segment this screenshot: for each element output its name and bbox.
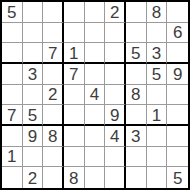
sudoku-cell-empty[interactable] xyxy=(2,64,23,85)
sudoku-cell-given[interactable]: 9 xyxy=(167,64,188,85)
sudoku-cell-empty[interactable] xyxy=(167,126,188,147)
sudoku-cell-empty[interactable] xyxy=(105,23,126,44)
sudoku-cell-empty[interactable] xyxy=(43,147,64,168)
sudoku-cell-empty[interactable] xyxy=(105,147,126,168)
sudoku-cell-given[interactable]: 1 xyxy=(2,147,23,168)
sudoku-cell-empty[interactable] xyxy=(167,147,188,168)
sudoku-cell-empty[interactable] xyxy=(126,147,147,168)
sudoku-cell-empty[interactable] xyxy=(64,147,85,168)
sudoku-cell-empty[interactable] xyxy=(147,85,168,106)
sudoku-cell-empty[interactable] xyxy=(85,167,106,188)
sudoku-cell-empty[interactable] xyxy=(126,64,147,85)
sudoku-cell-given[interactable]: 8 xyxy=(126,85,147,106)
sudoku-cell-empty[interactable] xyxy=(167,85,188,106)
sudoku-cell-empty[interactable] xyxy=(126,2,147,23)
sudoku-cell-empty[interactable] xyxy=(167,2,188,23)
sudoku-cell-given[interactable]: 5 xyxy=(23,105,44,126)
sudoku-cell-empty[interactable] xyxy=(105,85,126,106)
sudoku-cell-given[interactable]: 4 xyxy=(105,126,126,147)
sudoku-cell-given[interactable]: 3 xyxy=(126,126,147,147)
sudoku-cell-given[interactable]: 7 xyxy=(2,105,23,126)
sudoku-cell-given[interactable]: 4 xyxy=(85,85,106,106)
sudoku-cell-empty[interactable] xyxy=(85,105,106,126)
sudoku-cell-given[interactable]: 5 xyxy=(126,43,147,64)
sudoku-cell-empty[interactable] xyxy=(2,23,23,44)
sudoku-cell-empty[interactable] xyxy=(23,85,44,106)
sudoku-cell-given[interactable]: 3 xyxy=(23,64,44,85)
sudoku-cell-empty[interactable] xyxy=(147,126,168,147)
sudoku-cell-empty[interactable] xyxy=(167,43,188,64)
sudoku-cell-empty[interactable] xyxy=(43,2,64,23)
sudoku-cell-empty[interactable] xyxy=(147,23,168,44)
sudoku-cell-empty[interactable] xyxy=(2,85,23,106)
sudoku-cell-given[interactable]: 5 xyxy=(2,2,23,23)
sudoku-cell-given[interactable]: 2 xyxy=(23,167,44,188)
sudoku-cell-given[interactable]: 8 xyxy=(64,167,85,188)
sudoku-cell-empty[interactable] xyxy=(43,105,64,126)
sudoku-cell-given[interactable]: 1 xyxy=(64,43,85,64)
sudoku-cell-empty[interactable] xyxy=(43,23,64,44)
sudoku-cell-empty[interactable] xyxy=(23,147,44,168)
sudoku-cell-empty[interactable] xyxy=(126,167,147,188)
sudoku-cell-empty[interactable] xyxy=(64,23,85,44)
sudoku-cell-given[interactable]: 7 xyxy=(64,64,85,85)
sudoku-cell-empty[interactable] xyxy=(23,23,44,44)
sudoku-cell-empty[interactable] xyxy=(105,43,126,64)
sudoku-cell-empty[interactable] xyxy=(126,105,147,126)
sudoku-cell-given[interactable]: 1 xyxy=(147,105,168,126)
sudoku-cell-given[interactable]: 9 xyxy=(23,126,44,147)
sudoku-cell-given[interactable]: 2 xyxy=(105,2,126,23)
sudoku-cell-empty[interactable] xyxy=(126,23,147,44)
sudoku-cell-given[interactable]: 6 xyxy=(167,23,188,44)
sudoku-cell-empty[interactable] xyxy=(64,85,85,106)
sudoku-cell-given[interactable]: 5 xyxy=(167,167,188,188)
sudoku-cell-empty[interactable] xyxy=(43,167,64,188)
sudoku-cell-given[interactable]: 2 xyxy=(43,85,64,106)
sudoku-cell-empty[interactable] xyxy=(23,43,44,64)
sudoku-cell-given[interactable]: 3 xyxy=(147,43,168,64)
sudoku-cell-empty[interactable] xyxy=(167,105,188,126)
sudoku-cell-given[interactable]: 8 xyxy=(147,2,168,23)
sudoku-cell-empty[interactable] xyxy=(43,64,64,85)
sudoku-cell-empty[interactable] xyxy=(85,43,106,64)
sudoku-cell-empty[interactable] xyxy=(147,167,168,188)
sudoku-cell-empty[interactable] xyxy=(85,64,106,85)
sudoku-cell-empty[interactable] xyxy=(85,2,106,23)
sudoku-cell-given[interactable]: 5 xyxy=(147,64,168,85)
sudoku-cell-empty[interactable] xyxy=(105,64,126,85)
sudoku-cell-given[interactable]: 7 xyxy=(43,43,64,64)
sudoku-cell-empty[interactable] xyxy=(2,167,23,188)
sudoku-cell-empty[interactable] xyxy=(85,126,106,147)
sudoku-cell-empty[interactable] xyxy=(147,147,168,168)
sudoku-board: 528671533759248759198431285 xyxy=(0,0,190,190)
sudoku-cell-empty[interactable] xyxy=(85,23,106,44)
sudoku-cell-empty[interactable] xyxy=(2,126,23,147)
sudoku-cell-given[interactable]: 8 xyxy=(43,126,64,147)
sudoku-cell-empty[interactable] xyxy=(2,43,23,64)
sudoku-cell-empty[interactable] xyxy=(23,2,44,23)
sudoku-cell-given[interactable]: 9 xyxy=(105,105,126,126)
sudoku-cell-empty[interactable] xyxy=(64,126,85,147)
sudoku-cell-empty[interactable] xyxy=(64,2,85,23)
sudoku-cell-empty[interactable] xyxy=(64,105,85,126)
sudoku-cell-empty[interactable] xyxy=(105,167,126,188)
sudoku-cell-empty[interactable] xyxy=(85,147,106,168)
